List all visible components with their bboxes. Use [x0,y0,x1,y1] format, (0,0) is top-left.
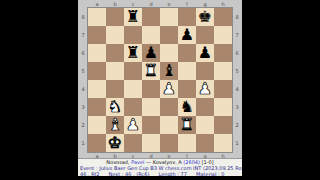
file-label-d: d [142,0,160,8]
square-f2: ♜ [178,116,196,134]
white-bishop-b2: ♝ [106,116,124,134]
square-b6 [106,44,124,62]
next-move: Next : 46 . (Rc6) [109,171,150,176]
file-label-f: f [178,0,196,8]
square-d8 [142,8,160,26]
file-label-h: h [214,0,232,8]
square-d2 [142,116,160,134]
square-a4 [88,80,106,98]
black-king-g8: ♚ [196,8,214,26]
square-g1 [196,134,214,152]
square-e2 [160,116,178,134]
square-g3 [196,98,214,116]
square-d1 [142,134,160,152]
square-f3: ♞ [178,98,196,116]
square-g6: ♟ [196,44,214,62]
square-b4 [106,80,124,98]
square-h5 [214,62,232,80]
square-b3: ♞ [106,98,124,116]
rank-label-8: 8 [232,8,242,26]
rank-label-1: 1 [78,134,88,152]
rank-label-3: 3 [232,98,242,116]
square-f5 [178,62,196,80]
square-e8 [160,8,178,26]
rank-label-5: 5 [232,62,242,80]
square-e1 [160,134,178,152]
rank-label-2: 2 [78,116,88,134]
rank-label-4: 4 [78,80,88,98]
square-d5: ♜ [142,62,160,80]
square-d3 [142,98,160,116]
square-b8 [106,8,124,26]
square-g4: ♟ [196,80,214,98]
square-c4 [124,80,142,98]
square-h4 [214,80,232,98]
square-a5 [88,62,106,80]
white-pawn-e4: ♟ [160,80,178,98]
white-pawn-g4: ♟ [196,80,214,98]
square-c5 [124,62,142,80]
square-c6: ♜ [124,44,142,62]
black-rook-c6: ♜ [124,44,142,62]
square-f4 [178,80,196,98]
square-h8 [214,8,232,26]
square-c7 [124,26,142,44]
black-knight-f3: ♞ [178,98,196,116]
square-c2: ♟ [124,116,142,134]
rank-labels-left: 87654321 [78,8,88,152]
square-g8: ♚ [196,8,214,26]
square-a8 [88,8,106,26]
game-caption: Novosad, Pavel — Kovalyov, A (2604) [1-0… [78,158,242,176]
square-d7 [142,26,160,44]
square-e6 [160,44,178,62]
square-f8 [178,8,196,26]
square-e3 [160,98,178,116]
square-e7 [160,26,178,44]
file-labels-top: abcdefgh [78,0,242,8]
black-pawn-f7: ♟ [178,26,196,44]
rank-label-6: 6 [78,44,88,62]
square-f7: ♟ [178,26,196,44]
white-knight-b3: ♞ [106,98,124,116]
square-h1 [214,134,232,152]
thumbnail-stage: abcdefgh 87654321 ♜♚♟♜♟♟♜♝♟♟♞♞♝♟♜♚ 87654… [0,0,320,180]
square-b7 [106,26,124,44]
square-a2 [88,116,106,134]
move-info-line: 46 . Rf2 Next : 46 . (Rc6) Length : 77 M… [78,171,242,176]
square-f6 [178,44,196,62]
rank-labels-right: 87654321 [232,8,242,152]
square-d4 [142,80,160,98]
black-pawn-d6: ♟ [142,44,160,62]
board: ♜♚♟♜♟♟♜♝♟♟♞♞♝♟♜♚ [88,8,232,152]
square-e4: ♟ [160,80,178,98]
black-bishop-e5: ♝ [160,62,178,80]
white-king-b1: ♚ [106,134,124,152]
square-c8: ♜ [124,8,142,26]
square-g5 [196,62,214,80]
rank-label-8: 8 [78,8,88,26]
square-h2 [214,116,232,134]
rank-label-3: 3 [78,98,88,116]
square-a7 [88,26,106,44]
rank-label-7: 7 [78,26,88,44]
square-d6: ♟ [142,44,160,62]
white-rook-d5: ♜ [142,62,160,80]
square-g7 [196,26,214,44]
square-a6 [88,44,106,62]
square-h6 [214,44,232,62]
square-c1 [124,134,142,152]
rank-label-4: 4 [232,80,242,98]
rank-label-1: 1 [232,134,242,152]
current-move: 46 . Rf2 [80,171,100,176]
square-c3 [124,98,142,116]
rank-label-7: 7 [232,26,242,44]
black-pawn-g6: ♟ [196,44,214,62]
file-label-b: b [106,0,124,8]
square-g2 [196,116,214,134]
white-rook-f2: ♜ [178,116,196,134]
chess-diagram-panel: abcdefgh 87654321 ♜♚♟♜♟♟♜♝♟♟♞♞♝♟♜♚ 87654… [78,0,242,176]
square-h3 [214,98,232,116]
file-label-a: a [88,0,106,8]
square-b2: ♝ [106,116,124,134]
square-b1: ♚ [106,134,124,152]
game-length: Length : 77 [159,171,187,176]
square-f1 [178,134,196,152]
rank-label-6: 6 [232,44,242,62]
material-balance: Material : 0 [196,171,224,176]
square-e5: ♝ [160,62,178,80]
square-b5 [106,62,124,80]
square-a3 [88,98,106,116]
white-pawn-c2: ♟ [124,116,142,134]
square-a1 [88,134,106,152]
file-label-e: e [160,0,178,8]
black-rook-c8: ♜ [124,8,142,26]
rank-label-5: 5 [78,62,88,80]
square-h7 [214,26,232,44]
rank-label-2: 2 [232,116,242,134]
